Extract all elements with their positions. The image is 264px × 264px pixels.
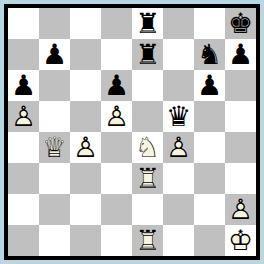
square-a6[interactable]: ♟ bbox=[8, 70, 39, 101]
black-rook: ♜ bbox=[132, 8, 163, 39]
white-king-outline: ♔ bbox=[225, 225, 256, 256]
square-d1[interactable] bbox=[101, 225, 132, 256]
chess-board: ♜♚♟♜♞♟♟♟♟♟♙♟♙♛♛♕♟♙♞♘♟♙♜♖♟♙♜♖♚♔ bbox=[4, 4, 260, 260]
black-knight-glyph: ♞ bbox=[194, 39, 225, 70]
black-queen: ♛ bbox=[163, 101, 194, 132]
square-c2[interactable] bbox=[70, 194, 101, 225]
square-h6[interactable] bbox=[225, 70, 256, 101]
square-f1[interactable] bbox=[163, 225, 194, 256]
square-h8[interactable]: ♚ bbox=[225, 8, 256, 39]
square-c8[interactable] bbox=[70, 8, 101, 39]
square-g3[interactable] bbox=[194, 163, 225, 194]
square-d3[interactable] bbox=[101, 163, 132, 194]
square-c3[interactable] bbox=[70, 163, 101, 194]
square-g6[interactable]: ♟ bbox=[194, 70, 225, 101]
black-pawn: ♟ bbox=[8, 70, 39, 101]
square-b1[interactable] bbox=[39, 225, 70, 256]
square-e4[interactable]: ♞♘ bbox=[132, 132, 163, 163]
white-knight-outline: ♘ bbox=[132, 132, 163, 163]
black-pawn-glyph: ♟ bbox=[194, 70, 225, 101]
square-c7[interactable] bbox=[70, 39, 101, 70]
white-pawn-outline: ♙ bbox=[225, 194, 256, 225]
black-king-glyph: ♚ bbox=[225, 8, 256, 39]
black-rook: ♜ bbox=[132, 39, 163, 70]
black-pawn: ♟ bbox=[39, 39, 70, 70]
white-queen: ♛♕ bbox=[39, 132, 70, 163]
square-a2[interactable] bbox=[8, 194, 39, 225]
square-d6[interactable]: ♟ bbox=[101, 70, 132, 101]
square-a8[interactable] bbox=[8, 8, 39, 39]
square-h5[interactable] bbox=[225, 101, 256, 132]
square-d4[interactable] bbox=[101, 132, 132, 163]
black-pawn-glyph: ♟ bbox=[225, 39, 256, 70]
square-b3[interactable] bbox=[39, 163, 70, 194]
square-b2[interactable] bbox=[39, 194, 70, 225]
white-pawn: ♟♙ bbox=[101, 101, 132, 132]
square-f7[interactable] bbox=[163, 39, 194, 70]
square-e6[interactable] bbox=[132, 70, 163, 101]
black-pawn-glyph: ♟ bbox=[101, 70, 132, 101]
square-h3[interactable] bbox=[225, 163, 256, 194]
square-h2[interactable]: ♟♙ bbox=[225, 194, 256, 225]
white-pawn-outline: ♙ bbox=[8, 101, 39, 132]
white-pawn: ♟♙ bbox=[8, 101, 39, 132]
square-b7[interactable]: ♟ bbox=[39, 39, 70, 70]
square-c6[interactable] bbox=[70, 70, 101, 101]
black-king: ♚ bbox=[225, 8, 256, 39]
square-c1[interactable] bbox=[70, 225, 101, 256]
square-d5[interactable]: ♟♙ bbox=[101, 101, 132, 132]
square-a5[interactable]: ♟♙ bbox=[8, 101, 39, 132]
black-rook-glyph: ♜ bbox=[132, 39, 163, 70]
square-f4[interactable]: ♟♙ bbox=[163, 132, 194, 163]
white-pawn: ♟♙ bbox=[163, 132, 194, 163]
square-d8[interactable] bbox=[101, 8, 132, 39]
white-pawn: ♟♙ bbox=[225, 194, 256, 225]
white-rook-outline: ♖ bbox=[132, 163, 163, 194]
white-rook-outline: ♖ bbox=[132, 225, 163, 256]
square-h1[interactable]: ♚♔ bbox=[225, 225, 256, 256]
square-f8[interactable] bbox=[163, 8, 194, 39]
square-b8[interactable] bbox=[39, 8, 70, 39]
square-g5[interactable] bbox=[194, 101, 225, 132]
square-g1[interactable] bbox=[194, 225, 225, 256]
white-queen-outline: ♕ bbox=[39, 132, 70, 163]
square-f2[interactable] bbox=[163, 194, 194, 225]
square-e5[interactable] bbox=[132, 101, 163, 132]
black-queen-glyph: ♛ bbox=[163, 101, 194, 132]
square-g8[interactable] bbox=[194, 8, 225, 39]
square-g7[interactable]: ♞ bbox=[194, 39, 225, 70]
square-b4[interactable]: ♛♕ bbox=[39, 132, 70, 163]
square-e8[interactable]: ♜ bbox=[132, 8, 163, 39]
black-rook-glyph: ♜ bbox=[132, 8, 163, 39]
black-pawn: ♟ bbox=[194, 70, 225, 101]
white-knight: ♞♘ bbox=[132, 132, 163, 163]
black-pawn-glyph: ♟ bbox=[8, 70, 39, 101]
square-f6[interactable] bbox=[163, 70, 194, 101]
white-pawn: ♟♙ bbox=[70, 132, 101, 163]
white-pawn-outline: ♙ bbox=[70, 132, 101, 163]
square-a7[interactable] bbox=[8, 39, 39, 70]
black-pawn: ♟ bbox=[225, 39, 256, 70]
square-d7[interactable] bbox=[101, 39, 132, 70]
board-frame: ♜♚♟♜♞♟♟♟♟♟♙♟♙♛♛♕♟♙♞♘♟♙♜♖♟♙♜♖♚♔ bbox=[0, 0, 264, 264]
square-g4[interactable] bbox=[194, 132, 225, 163]
white-pawn-outline: ♙ bbox=[101, 101, 132, 132]
square-g2[interactable] bbox=[194, 194, 225, 225]
square-b5[interactable] bbox=[39, 101, 70, 132]
white-rook: ♜♖ bbox=[132, 225, 163, 256]
square-f5[interactable]: ♛ bbox=[163, 101, 194, 132]
square-e7[interactable]: ♜ bbox=[132, 39, 163, 70]
square-e1[interactable]: ♜♖ bbox=[132, 225, 163, 256]
black-pawn: ♟ bbox=[101, 70, 132, 101]
white-rook: ♜♖ bbox=[132, 163, 163, 194]
square-a4[interactable] bbox=[8, 132, 39, 163]
white-king: ♚♔ bbox=[225, 225, 256, 256]
square-e3[interactable]: ♜♖ bbox=[132, 163, 163, 194]
black-pawn-glyph: ♟ bbox=[39, 39, 70, 70]
square-a1[interactable] bbox=[8, 225, 39, 256]
square-c5[interactable] bbox=[70, 101, 101, 132]
square-b6[interactable] bbox=[39, 70, 70, 101]
black-knight: ♞ bbox=[194, 39, 225, 70]
white-pawn-outline: ♙ bbox=[163, 132, 194, 163]
square-d2[interactable] bbox=[101, 194, 132, 225]
square-c4[interactable]: ♟♙ bbox=[70, 132, 101, 163]
square-f3[interactable] bbox=[163, 163, 194, 194]
square-a3[interactable] bbox=[8, 163, 39, 194]
square-h4[interactable] bbox=[225, 132, 256, 163]
square-e2[interactable] bbox=[132, 194, 163, 225]
square-h7[interactable]: ♟ bbox=[225, 39, 256, 70]
